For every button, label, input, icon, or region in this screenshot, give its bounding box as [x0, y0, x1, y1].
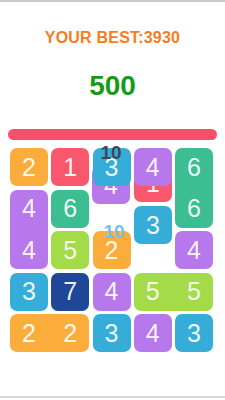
score-popup: 10: [100, 143, 121, 162]
score-popup: 10: [103, 222, 124, 241]
falling-tiles-layer: 31010: [0, 0, 225, 400]
tile-3-animating[interactable]: 3: [134, 206, 172, 244]
game-screen: YOUR BEST:3930 500 41 213466446524374552…: [0, 0, 225, 400]
